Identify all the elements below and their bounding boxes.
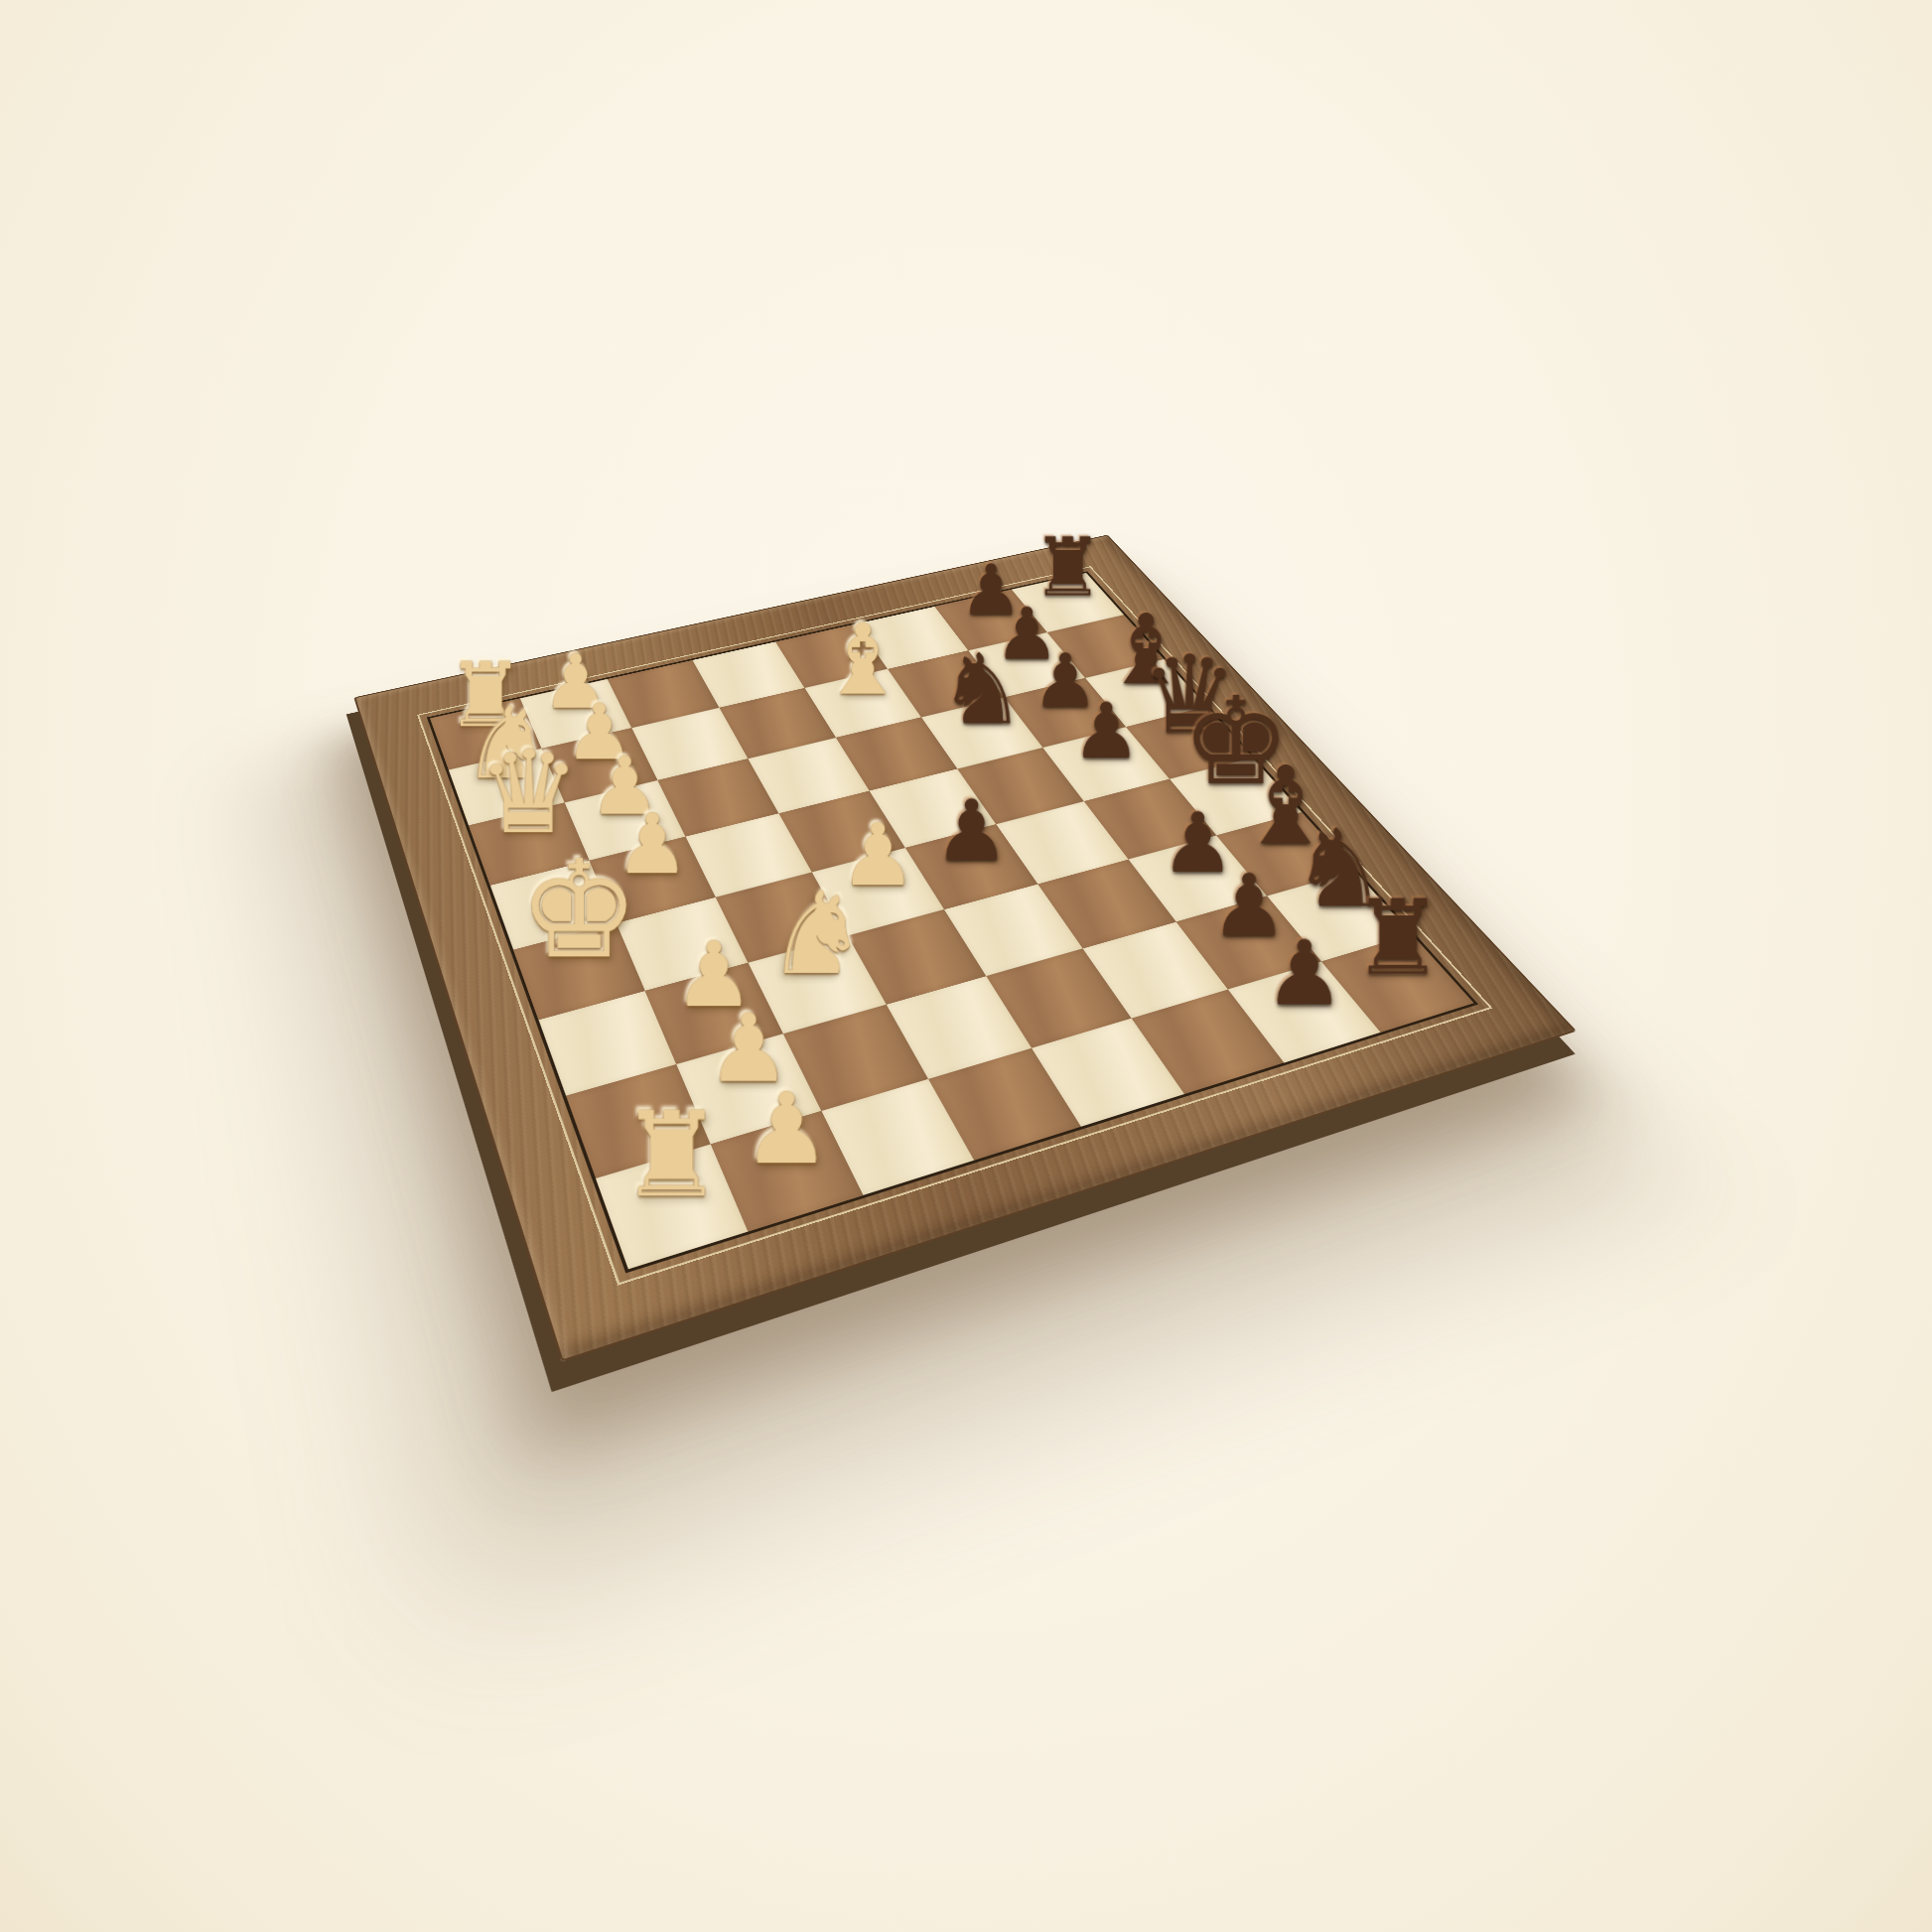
white-pawn-h2[interactable]: ♟ <box>743 1080 831 1178</box>
black-pawn-h7[interactable]: ♟ <box>1264 928 1344 1019</box>
white-knight-f3[interactable]: ♞ <box>765 877 868 991</box>
white-rook-h1[interactable]: ♜ <box>620 1097 725 1214</box>
white-king-e1[interactable]: ♚ <box>518 843 639 978</box>
black-pawn-e5[interactable]: ♟ <box>933 788 1009 873</box>
playing-field: ♜♟♟♝♟♛♝♞♟♚♝♟♟♞♜♟♟♟♜♞♟♟♟♛♟♞♚♟♟♟♜ <box>427 571 1478 1273</box>
square-c6[interactable]: ♞ <box>921 697 1042 768</box>
page-background: { "game": "chess", "scene": { "descripti… <box>0 0 1932 1932</box>
black-knight-c6[interactable]: ♞ <box>938 641 1026 739</box>
black-rook-h8[interactable]: ♜ <box>1351 887 1444 990</box>
white-bishop-b5[interactable]: ♝ <box>819 612 906 709</box>
black-pawn-d7[interactable]: ♟ <box>1072 693 1142 770</box>
square-h1[interactable]: ♜ <box>596 1144 748 1269</box>
chess-board: ♜♟♟♝♟♛♝♞♟♚♝♟♟♞♜♟♟♟♜♞♟♟♟♛♟♞♚♟♟♟♜ <box>353 535 1577 1363</box>
